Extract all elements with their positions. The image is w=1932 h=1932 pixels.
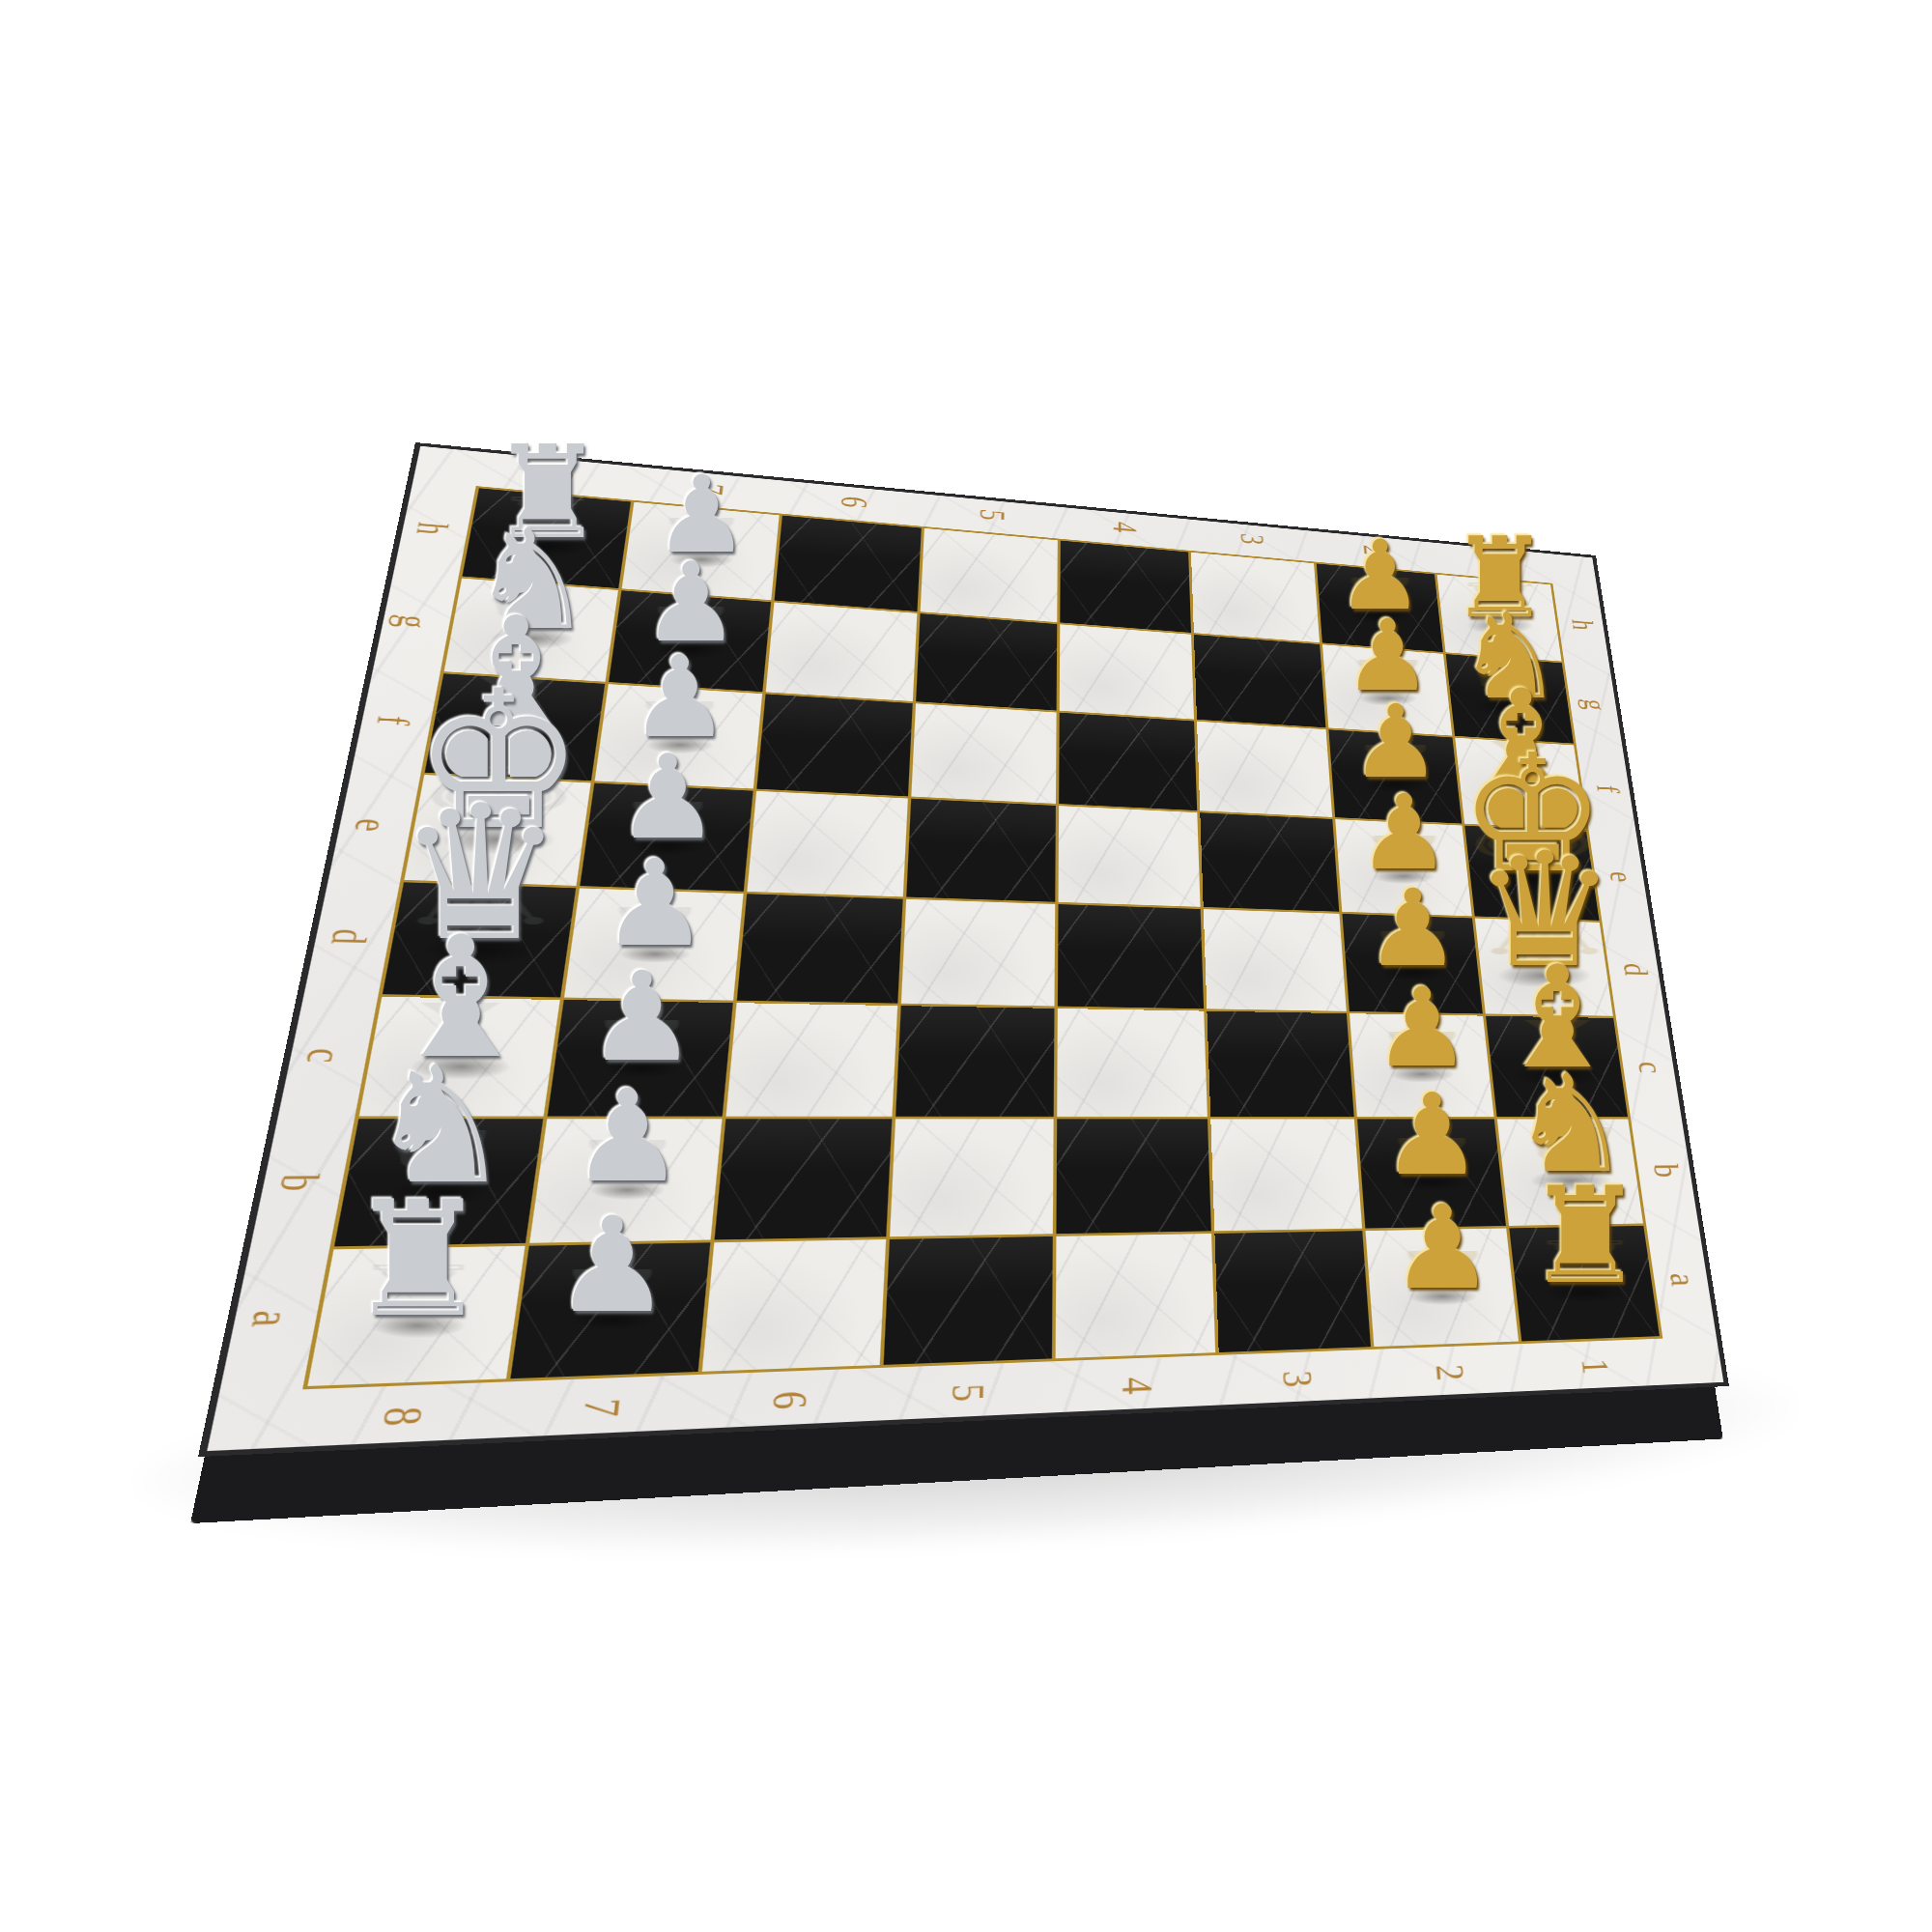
rank-label-top-7: 7: [690, 481, 730, 496]
playing-field: [302, 486, 1662, 1389]
square-h4: [1060, 541, 1191, 633]
square-h5: [921, 528, 1058, 622]
file-label-right-e: e: [1605, 870, 1638, 882]
square-e3: [1200, 812, 1339, 911]
chessboard: 88hh77gg66ff55ee44dd33cc22bb11aa: [198, 442, 1729, 1457]
square-c4: [1057, 1009, 1207, 1117]
square-g3: [1194, 635, 1325, 727]
rank-label-bottom-1: 1: [1576, 1358, 1615, 1376]
file-label-left-e: e: [348, 817, 398, 832]
file-label-left-a: a: [243, 1309, 301, 1327]
square-c6: [726, 1003, 898, 1117]
square-e6: [747, 791, 907, 897]
square-a2: [1366, 1228, 1520, 1347]
square-b1: [1497, 1119, 1643, 1225]
square-e4: [1059, 806, 1201, 907]
square-d7: [564, 888, 743, 1000]
square-a6: [702, 1239, 886, 1372]
square-b5: [890, 1119, 1054, 1236]
square-b3: [1210, 1119, 1362, 1231]
square-d2: [1342, 914, 1482, 1013]
file-label-left-g: g: [390, 613, 438, 629]
square-a3: [1214, 1231, 1371, 1352]
square-e7: [580, 783, 753, 892]
square-d1: [1475, 919, 1613, 1016]
chessboard-scene: 88hh77gg66ff55ee44dd33cc22bb11aa ♜♜♟♟♟♟♜…: [0, 0, 1932, 1932]
file-label-left-c: c: [298, 1047, 353, 1062]
square-f4: [1059, 713, 1197, 810]
square-c7: [548, 1000, 733, 1117]
square-h3: [1191, 553, 1320, 642]
file-label-left-h: h: [410, 521, 455, 536]
rank-label-top-2: 2: [1358, 544, 1391, 557]
square-f6: [756, 694, 912, 796]
square-f8: [425, 673, 606, 781]
square-g7: [609, 590, 771, 692]
square-d4: [1058, 904, 1204, 1009]
square-a8: [307, 1246, 525, 1386]
square-g8: [444, 579, 618, 682]
file-label-right-c: c: [1633, 1061, 1668, 1073]
square-h1: [1437, 575, 1562, 662]
square-c3: [1207, 1011, 1353, 1117]
square-d3: [1204, 909, 1347, 1011]
square-f1: [1455, 738, 1586, 830]
square-e1: [1464, 826, 1599, 921]
square-e5: [906, 799, 1056, 902]
square-b8: [334, 1119, 543, 1246]
square-g1: [1446, 654, 1574, 743]
rank-label-top-8: 8: [538, 468, 581, 483]
file-label-right-b: b: [1648, 1163, 1685, 1178]
square-g6: [766, 603, 918, 702]
rank-label-top-4: 4: [1108, 521, 1143, 534]
square-a1: [1509, 1226, 1660, 1342]
file-label-left-b: b: [271, 1173, 327, 1190]
square-e8: [404, 775, 590, 886]
square-a4: [1056, 1234, 1215, 1358]
square-b4: [1056, 1119, 1210, 1234]
square-d6: [737, 894, 903, 1003]
file-label-left-f: f: [370, 714, 417, 725]
rank-label-top-3: 3: [1236, 532, 1269, 546]
file-label-right-a: a: [1664, 1272, 1702, 1287]
rank-label-bottom-8: 8: [374, 1406, 431, 1427]
file-label-right-d: d: [1618, 963, 1653, 977]
square-h2: [1317, 563, 1443, 652]
square-b6: [715, 1119, 893, 1239]
square-c5: [895, 1006, 1054, 1117]
square-e2: [1335, 819, 1472, 916]
square-h8: [462, 488, 630, 588]
square-g4: [1060, 624, 1194, 719]
rank-label-bottom-6: 6: [765, 1390, 814, 1410]
square-c2: [1350, 1013, 1494, 1117]
square-f5: [911, 703, 1056, 804]
rank-label-bottom-5: 5: [945, 1383, 991, 1403]
square-b2: [1357, 1119, 1506, 1228]
file-label-right-f: f: [1592, 783, 1625, 793]
square-h6: [775, 516, 922, 611]
square-d8: [383, 882, 576, 997]
square-h7: [622, 502, 780, 600]
rank-label-bottom-3: 3: [1276, 1370, 1319, 1388]
square-a7: [510, 1242, 710, 1378]
file-label-right-g: g: [1579, 698, 1612, 711]
square-g2: [1322, 644, 1452, 735]
square-a5: [884, 1236, 1053, 1365]
square-f7: [595, 684, 762, 788]
file-label-right-h: h: [1567, 618, 1599, 631]
square-g5: [916, 613, 1057, 710]
rank-label-top-6: 6: [835, 495, 872, 509]
square-f3: [1197, 722, 1332, 817]
rank-label-top-5: 5: [974, 508, 1009, 523]
rank-label-bottom-2: 2: [1430, 1364, 1470, 1381]
square-c1: [1486, 1016, 1628, 1118]
square-f2: [1328, 729, 1462, 823]
rank-label-bottom-4: 4: [1115, 1377, 1158, 1396]
square-d5: [901, 899, 1055, 1007]
rank-label-bottom-7: 7: [575, 1398, 628, 1418]
rank-label-top-1: 1: [1476, 555, 1508, 568]
square-c8: [359, 997, 560, 1117]
square-b7: [529, 1119, 722, 1243]
file-label-left-d: d: [324, 928, 376, 945]
